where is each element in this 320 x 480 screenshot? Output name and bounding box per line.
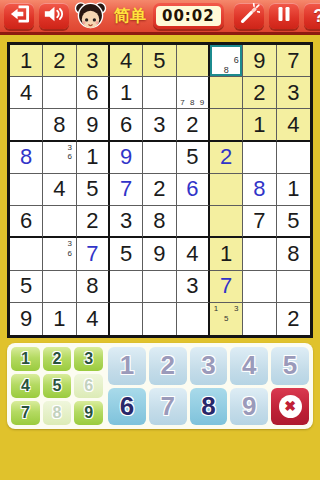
given-digit: 3: [86, 50, 98, 72]
given-digit: 4: [186, 243, 198, 265]
cell-r6c6[interactable]: [177, 206, 210, 238]
cell-r3c8[interactable]: 1: [243, 109, 276, 141]
pencil-key-6[interactable]: 6: [74, 374, 103, 398]
help-icon: ?: [313, 6, 320, 27]
cell-r6c1[interactable]: 6: [10, 206, 43, 238]
given-digit: 1: [220, 243, 232, 265]
cell-r7c8[interactable]: [243, 238, 276, 270]
cell-r5c3[interactable]: 5: [77, 174, 110, 206]
cell-r2c1[interactable]: 4: [10, 77, 43, 109]
given-digit: 6: [120, 114, 132, 136]
given-digit: 7: [287, 50, 299, 72]
magic-wand-icon: [238, 3, 260, 29]
cell-r8c7[interactable]: 7: [210, 271, 243, 303]
cell-r6c7[interactable]: [210, 206, 243, 238]
user-digit: 9: [120, 146, 132, 168]
sudoku-app: 简单 00:02 ? 1234568: [0, 0, 320, 480]
cell-r8c9[interactable]: [277, 271, 310, 303]
cell-r4c3[interactable]: 1: [77, 142, 110, 174]
timer-value: 00:02: [156, 6, 221, 26]
cell-r9c8[interactable]: [243, 303, 276, 335]
cell-r4c4[interactable]: 9: [110, 142, 143, 174]
hint-wand-button[interactable]: [234, 3, 264, 29]
cell-r1c5[interactable]: 5: [143, 45, 176, 77]
cell-r2c3[interactable]: 6: [77, 77, 110, 109]
cell-r8c8[interactable]: [243, 271, 276, 303]
cell-r2c8[interactable]: 2: [243, 77, 276, 109]
cell-r9c6[interactable]: [177, 303, 210, 335]
number-key-7[interactable]: 7: [149, 388, 187, 426]
given-digit: 3: [287, 82, 299, 104]
number-key-9[interactable]: 9: [230, 388, 268, 426]
cell-r7c9[interactable]: 8: [277, 238, 310, 270]
cell-r9c3[interactable]: 4: [77, 303, 110, 335]
user-digit: 8: [253, 178, 265, 200]
cell-r4c7[interactable]: 2: [210, 142, 243, 174]
cell-r7c1[interactable]: [10, 238, 43, 270]
cell-r8c1[interactable]: 5: [10, 271, 43, 303]
cell-r6c2[interactable]: [43, 206, 76, 238]
cell-r8c4[interactable]: [110, 271, 143, 303]
cell-r9c5[interactable]: [143, 303, 176, 335]
cell-r8c3[interactable]: 8: [77, 271, 110, 303]
user-digit: 7: [86, 243, 98, 265]
given-digit: 5: [287, 210, 299, 232]
pencil-key-8[interactable]: 8: [43, 401, 72, 425]
pencil-key-3[interactable]: 3: [74, 347, 103, 371]
cell-r5c8[interactable]: 8: [243, 174, 276, 206]
user-digit: 7: [120, 178, 132, 200]
cell-r1c4[interactable]: 4: [110, 45, 143, 77]
given-digit: 2: [86, 210, 98, 232]
cell-r7c2[interactable]: 36: [43, 238, 76, 270]
delete-key[interactable]: ✖: [271, 388, 309, 426]
cell-r5c4[interactable]: 7: [110, 174, 143, 206]
given-digit: 5: [20, 275, 32, 297]
cell-r6c8[interactable]: 7: [243, 206, 276, 238]
given-digit: 8: [153, 210, 165, 232]
given-digit: 9: [253, 50, 265, 72]
given-digit: 3: [153, 114, 165, 136]
pencil-key-5[interactable]: 5: [43, 374, 72, 398]
given-digit: 1: [287, 178, 299, 200]
cell-r5c9[interactable]: 1: [277, 174, 310, 206]
given-digit: 9: [86, 114, 98, 136]
exit-icon: [9, 4, 30, 28]
number-key-4[interactable]: 4: [230, 347, 268, 385]
cell-r4c5[interactable]: [143, 142, 176, 174]
given-digit: 3: [186, 275, 198, 297]
given-digit: 1: [120, 82, 132, 104]
cell-r2c4[interactable]: 1: [110, 77, 143, 109]
avatar: [74, 1, 107, 32]
number-key-5[interactable]: 5: [271, 347, 309, 385]
cell-r8c5[interactable]: [143, 271, 176, 303]
cell-r3c3[interactable]: 9: [77, 109, 110, 141]
speaker-icon: [43, 4, 65, 28]
top-bar: 简单 00:02 ?: [0, 0, 320, 35]
cell-r1c9[interactable]: 7: [277, 45, 310, 77]
cell-r1c6[interactable]: [177, 45, 210, 77]
given-digit: 5: [120, 243, 132, 265]
cell-r2c6[interactable]: 789: [177, 77, 210, 109]
given-digit: 9: [153, 243, 165, 265]
given-digit: 4: [120, 50, 132, 72]
exit-button[interactable]: [4, 3, 34, 29]
delete-icon: ✖: [279, 395, 302, 418]
given-digit: 2: [253, 82, 265, 104]
given-digit: 8: [287, 243, 299, 265]
cell-r3c1[interactable]: [10, 109, 43, 141]
cell-r5c5[interactable]: 2: [143, 174, 176, 206]
cell-r1c1[interactable]: 1: [10, 45, 43, 77]
cell-r9c2[interactable]: 1: [43, 303, 76, 335]
cell-r3c7[interactable]: [210, 109, 243, 141]
timer: 00:02: [153, 3, 224, 29]
cell-r4c1[interactable]: 8: [10, 142, 43, 174]
cell-r6c5[interactable]: 8: [143, 206, 176, 238]
given-digit: 7: [253, 210, 265, 232]
cell-r4c9[interactable]: [277, 142, 310, 174]
cell-r3c6[interactable]: 2: [177, 109, 210, 141]
cell-r7c4[interactable]: 5: [110, 238, 143, 270]
user-digit: 8: [20, 146, 32, 168]
pencil-key-4[interactable]: 4: [11, 374, 40, 398]
pencil-marks: 135: [210, 303, 242, 335]
cell-r3c5[interactable]: 3: [143, 109, 176, 141]
cell-r2c2[interactable]: [43, 77, 76, 109]
pencil-marks: 36: [43, 142, 75, 173]
given-digit: 8: [86, 275, 98, 297]
given-digit: 8: [53, 114, 65, 136]
cell-r9c7[interactable]: 135: [210, 303, 243, 335]
given-digit: 4: [20, 82, 32, 104]
pencil-key-7[interactable]: 7: [11, 401, 40, 425]
given-digit: 2: [153, 178, 165, 200]
pencil-key-2[interactable]: 2: [43, 347, 72, 371]
help-button[interactable]: ?: [304, 3, 320, 29]
given-digit: 2: [186, 114, 198, 136]
cell-r5c7[interactable]: [210, 174, 243, 206]
cell-r4c2[interactable]: 36: [43, 142, 76, 174]
given-digit: 4: [287, 114, 299, 136]
pencil-pad: 123456789: [11, 347, 103, 425]
cell-r8c6[interactable]: 3: [177, 271, 210, 303]
given-digit: 1: [20, 50, 32, 72]
number-key-3[interactable]: 3: [190, 347, 228, 385]
given-digit: 2: [53, 50, 65, 72]
user-digit: 7: [220, 275, 232, 297]
number-key-8[interactable]: 8: [190, 388, 228, 426]
given-digit: 2: [287, 308, 299, 330]
cell-r9c9[interactable]: 2: [277, 303, 310, 335]
user-digit: 2: [220, 146, 232, 168]
cell-r7c3[interactable]: 7: [77, 238, 110, 270]
pencil-key-1[interactable]: 1: [11, 347, 40, 371]
cell-r5c6[interactable]: 6: [177, 174, 210, 206]
given-digit: 4: [86, 308, 98, 330]
cell-r5c2[interactable]: 4: [43, 174, 76, 206]
pencil-marks: 789: [177, 77, 208, 108]
pause-icon: [276, 5, 292, 27]
number-key-6[interactable]: 6: [108, 388, 146, 426]
cell-r7c7[interactable]: 1: [210, 238, 243, 270]
cell-r6c3[interactable]: 2: [77, 206, 110, 238]
cell-r6c4[interactable]: 3: [110, 206, 143, 238]
cell-r3c9[interactable]: 4: [277, 109, 310, 141]
cell-r1c3[interactable]: 3: [77, 45, 110, 77]
given-digit: 3: [120, 210, 132, 232]
given-digit: 5: [86, 178, 98, 200]
given-digit: 6: [86, 82, 98, 104]
cell-r7c5[interactable]: 9: [143, 238, 176, 270]
number-pad: 123456789✖: [108, 347, 309, 425]
difficulty-label: 简单: [112, 6, 148, 27]
given-digit: 5: [153, 50, 165, 72]
given-digit: 5: [186, 146, 198, 168]
input-panel: 123456789 123456789✖: [7, 343, 313, 429]
cell-r1c8[interactable]: 9: [243, 45, 276, 77]
cell-r4c6[interactable]: 5: [177, 142, 210, 174]
cell-r2c7[interactable]: [210, 77, 243, 109]
given-digit: 9: [20, 308, 32, 330]
cell-r2c5[interactable]: [143, 77, 176, 109]
pencil-key-9[interactable]: 9: [74, 401, 103, 425]
cell-r4c8[interactable]: [243, 142, 276, 174]
given-digit: 1: [253, 114, 265, 136]
cell-r5c1[interactable]: [10, 174, 43, 206]
cell-r7c6[interactable]: 4: [177, 238, 210, 270]
cell-r9c4[interactable]: [110, 303, 143, 335]
given-digit: 1: [86, 146, 98, 168]
number-key-1[interactable]: 1: [108, 347, 146, 385]
cell-r6c9[interactable]: 5: [277, 206, 310, 238]
given-digit: 6: [20, 210, 32, 232]
cell-r1c2[interactable]: 2: [43, 45, 76, 77]
given-digit: 4: [53, 178, 65, 200]
pencil-marks: 36: [43, 238, 75, 269]
cell-r9c1[interactable]: 9: [10, 303, 43, 335]
cell-r8c2[interactable]: [43, 271, 76, 303]
pause-button[interactable]: [269, 3, 299, 29]
cell-r3c2[interactable]: 8: [43, 109, 76, 141]
sound-button[interactable]: [39, 3, 69, 29]
sudoku-board: 1234568974617892389632148361952457268162…: [7, 42, 313, 338]
cell-r3c4[interactable]: 6: [110, 109, 143, 141]
given-digit: 1: [53, 308, 65, 330]
pencil-marks: 68: [210, 45, 242, 76]
cell-r2c9[interactable]: 3: [277, 77, 310, 109]
number-key-2[interactable]: 2: [149, 347, 187, 385]
user-digit: 6: [186, 178, 198, 200]
cell-r1c7[interactable]: 68: [210, 45, 243, 77]
